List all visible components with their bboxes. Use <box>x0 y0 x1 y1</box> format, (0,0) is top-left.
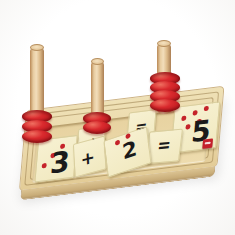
middle-peg-top <box>91 58 104 65</box>
red-counting-dot <box>185 124 190 130</box>
loose-card-equals: = <box>145 129 183 165</box>
ring-right-4 <box>150 99 180 112</box>
numeral-three: 3 <box>49 148 71 179</box>
brand-logo <box>202 138 213 148</box>
plus-sign-loose: + <box>80 148 95 169</box>
ring-middle-2 <box>83 121 111 134</box>
equals-sign-front: = <box>156 135 172 155</box>
right-peg-top <box>157 40 171 47</box>
red-counting-dot <box>41 163 46 169</box>
ring-left-3 <box>22 130 52 143</box>
numeral-two: 2 <box>121 138 138 163</box>
red-counting-dot <box>204 106 209 112</box>
product-photo-counting-rings-toy: = 5 + 3 + 2 = <box>0 0 235 235</box>
red-counting-dot <box>181 115 186 121</box>
red-counting-dot <box>115 139 121 146</box>
left-peg-top <box>30 44 44 51</box>
